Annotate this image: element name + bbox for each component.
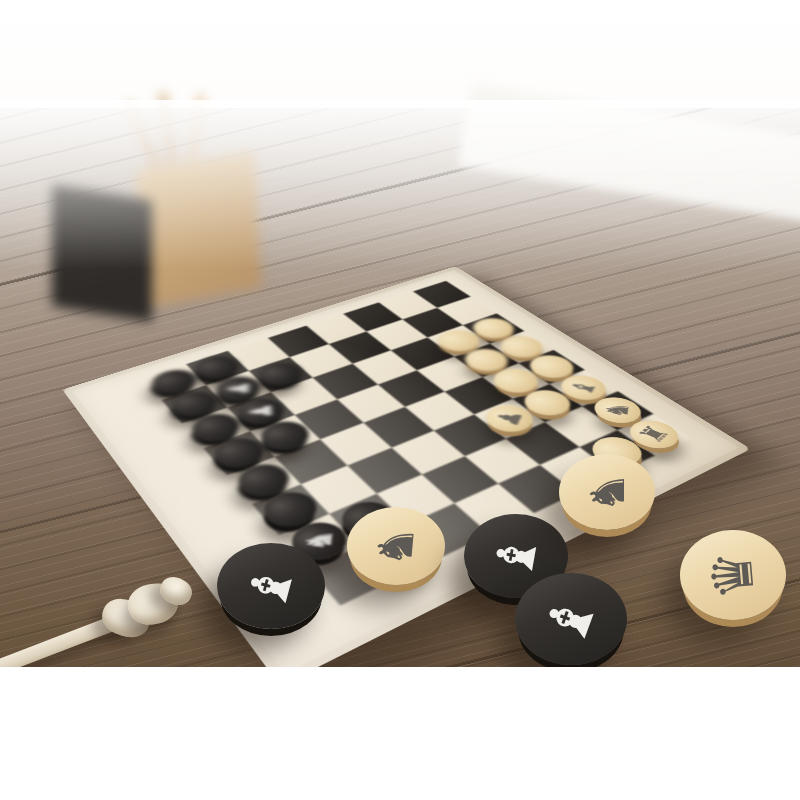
loose-2: ♞: [347, 507, 445, 585]
product-photo-canvas: ♞♟♟♟♝♞♜♟ ♝♞♝♝♞♛: [0, 0, 800, 800]
piece-symbol-b: ♝: [486, 529, 545, 584]
drawstring-rope: [0, 552, 280, 667]
loose-4: ♝: [515, 573, 627, 665]
piece-symbol-p: ♟: [223, 381, 253, 396]
pencil-box-chalkboard-panel: [52, 184, 152, 322]
piece-symbol-n: ♞: [300, 530, 338, 552]
loose-5: ♞: [559, 454, 655, 530]
pencil-box: [44, 118, 264, 323]
pencil-box-wood-side: [136, 150, 261, 308]
piece-symbol-p: ♟: [245, 402, 276, 420]
piece-symbol-p: ♟: [491, 408, 527, 429]
piece-symbol-n: ♞: [601, 401, 634, 420]
photo-area: ♞♟♟♟♝♞♜♟ ♝♞♝♝♞♛: [0, 0, 800, 667]
piece-symbol-b: ♝: [566, 378, 601, 398]
white-margin: [0, 667, 800, 800]
piece-symbol-n: ♞: [583, 471, 630, 513]
piece-symbol-r: ♜: [633, 422, 674, 446]
loose-6: ♛: [680, 530, 786, 620]
piece-symbol-b: ♝: [535, 585, 606, 653]
piece-symbol-n: ♞: [370, 522, 422, 569]
piece-symbol-q: ♛: [703, 548, 763, 603]
